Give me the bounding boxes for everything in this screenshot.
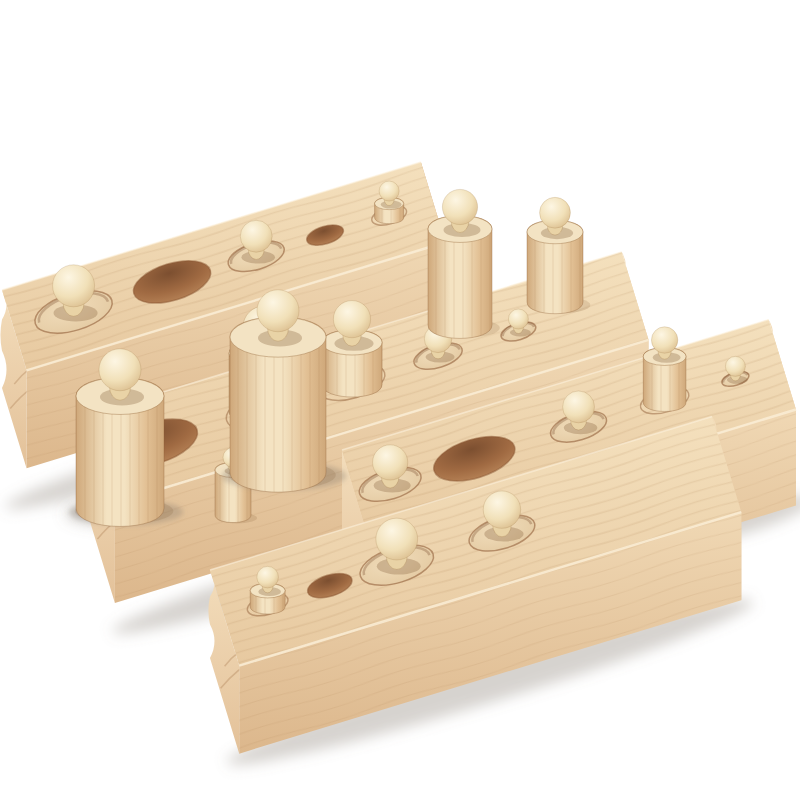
knob xyxy=(257,566,279,588)
knob xyxy=(99,349,141,391)
knob xyxy=(483,491,520,528)
knob xyxy=(508,309,528,329)
knob xyxy=(442,189,477,224)
product-photo xyxy=(0,0,800,800)
knob xyxy=(240,220,272,252)
knob xyxy=(257,290,299,332)
knob xyxy=(53,265,95,307)
knob xyxy=(651,327,677,353)
knob xyxy=(373,445,408,480)
knob xyxy=(725,356,745,376)
scene-canvas xyxy=(0,0,800,800)
knob xyxy=(376,518,418,560)
knob xyxy=(563,391,595,423)
knob xyxy=(333,301,370,338)
knob xyxy=(379,181,399,201)
knob xyxy=(540,197,571,228)
